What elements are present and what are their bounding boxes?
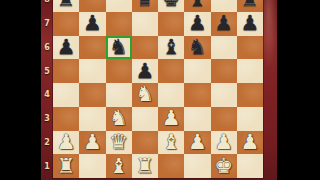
square-c8[interactable]	[106, 0, 132, 12]
white-pawn-e3: ♟	[162, 108, 181, 129]
square-d6[interactable]	[132, 36, 158, 60]
square-b4[interactable]	[79, 83, 105, 107]
chess-board: ♜♛♚♝♜♟♟♟♟♟♞♝♞♟♞♞♟♟♟♛♝♟♟♟♜♝♜♚	[53, 0, 263, 178]
square-e3[interactable]: ♟	[158, 107, 184, 131]
square-g5[interactable]	[211, 59, 237, 83]
square-g8[interactable]	[211, 0, 237, 12]
white-pawn-h2: ♟	[240, 132, 259, 153]
square-f1[interactable]	[184, 154, 210, 178]
square-b2[interactable]: ♟	[79, 131, 105, 155]
rank-label-7: 7	[41, 19, 53, 28]
square-a5[interactable]	[53, 59, 79, 83]
square-b5[interactable]	[79, 59, 105, 83]
black-knight-f6: ♞	[188, 37, 207, 58]
square-e2[interactable]: ♝	[158, 131, 184, 155]
black-pawn-h7: ♟	[240, 13, 259, 34]
square-h5[interactable]	[237, 59, 263, 83]
black-rook-a8: ♜	[57, 0, 76, 10]
white-bishop-e2: ♝	[162, 132, 181, 153]
square-h2[interactable]: ♟	[237, 131, 263, 155]
square-f2[interactable]: ♟	[184, 131, 210, 155]
square-h1[interactable]	[237, 154, 263, 178]
square-f7[interactable]: ♟	[184, 12, 210, 36]
square-e7[interactable]	[158, 12, 184, 36]
square-h7[interactable]: ♟	[237, 12, 263, 36]
letterbox-left	[0, 0, 41, 180]
white-bishop-c1: ♝	[109, 156, 128, 177]
white-pawn-g2: ♟	[214, 132, 233, 153]
square-c5[interactable]	[106, 59, 132, 83]
square-h4[interactable]	[237, 83, 263, 107]
square-d7[interactable]	[132, 12, 158, 36]
square-f8[interactable]: ♝	[184, 0, 210, 12]
rank-label-4: 4	[41, 90, 53, 99]
black-pawn-d5: ♟	[135, 61, 154, 82]
square-b3[interactable]	[79, 107, 105, 131]
black-king-e8: ♚	[162, 0, 181, 10]
black-pawn-b7: ♟	[83, 13, 102, 34]
square-c7[interactable]	[106, 12, 132, 36]
black-bishop-f8: ♝	[188, 0, 207, 10]
square-g1[interactable]: ♚	[211, 154, 237, 178]
square-e8[interactable]: ♚	[158, 0, 184, 12]
rank-label-1: 1	[41, 162, 53, 171]
white-knight-d4: ♞	[135, 84, 154, 105]
black-pawn-a6: ♟	[57, 37, 76, 58]
rank-label-8: 8	[41, 0, 53, 4]
white-king-g1: ♚	[214, 156, 233, 177]
square-d2[interactable]	[132, 131, 158, 155]
square-a1[interactable]: ♜	[53, 154, 79, 178]
square-c3[interactable]: ♞	[106, 107, 132, 131]
square-b7[interactable]: ♟	[79, 12, 105, 36]
square-e1[interactable]	[158, 154, 184, 178]
white-knight-c3: ♞	[109, 108, 128, 129]
rank-label-2: 2	[41, 138, 53, 147]
square-e5[interactable]	[158, 59, 184, 83]
square-f6[interactable]: ♞	[184, 36, 210, 60]
square-f4[interactable]	[184, 83, 210, 107]
square-g7[interactable]: ♟	[211, 12, 237, 36]
square-f3[interactable]	[184, 107, 210, 131]
square-a7[interactable]	[53, 12, 79, 36]
black-pawn-g7: ♟	[214, 13, 233, 34]
square-a6[interactable]: ♟	[53, 36, 79, 60]
black-bishop-e6: ♝	[162, 37, 181, 58]
black-pawn-f7: ♟	[188, 13, 207, 34]
rank-label-5: 5	[41, 67, 53, 76]
square-b8[interactable]	[79, 0, 105, 12]
black-queen-d8: ♛	[135, 0, 154, 10]
square-h3[interactable]	[237, 107, 263, 131]
square-g4[interactable]	[211, 83, 237, 107]
square-g3[interactable]	[211, 107, 237, 131]
square-g6[interactable]	[211, 36, 237, 60]
square-d1[interactable]: ♜	[132, 154, 158, 178]
square-c4[interactable]	[106, 83, 132, 107]
square-a4[interactable]	[53, 83, 79, 107]
square-g2[interactable]: ♟	[211, 131, 237, 155]
square-c2[interactable]: ♛	[106, 131, 132, 155]
square-c1[interactable]: ♝	[106, 154, 132, 178]
square-h6[interactable]	[237, 36, 263, 60]
black-rook-h8: ♜	[240, 0, 259, 10]
square-a8[interactable]: ♜	[53, 0, 79, 12]
square-b1[interactable]	[79, 154, 105, 178]
black-knight-c6: ♞	[109, 37, 128, 58]
rank-label-3: 3	[41, 114, 53, 123]
white-pawn-b2: ♟	[83, 132, 102, 153]
square-e4[interactable]	[158, 83, 184, 107]
white-rook-a1: ♜	[57, 156, 76, 177]
square-h8[interactable]: ♜	[237, 0, 263, 12]
square-c6[interactable]: ♞	[106, 36, 132, 60]
square-d3[interactable]	[132, 107, 158, 131]
white-rook-d1: ♜	[135, 156, 154, 177]
square-e6[interactable]: ♝	[158, 36, 184, 60]
square-a2[interactable]: ♟	[53, 131, 79, 155]
white-pawn-f2: ♟	[188, 132, 207, 153]
square-d5[interactable]: ♟	[132, 59, 158, 83]
square-f5[interactable]	[184, 59, 210, 83]
letterbox-right	[277, 0, 320, 180]
white-pawn-a2: ♟	[57, 132, 76, 153]
video-frame: 87654321 ♜♛♚♝♜♟♟♟♟♟♞♝♞♟♞♞♟♟♟♛♝♟♟♟♜♝♜♚	[0, 0, 320, 180]
square-b6[interactable]	[79, 36, 105, 60]
white-queen-c2: ♛	[109, 132, 128, 153]
rank-label-6: 6	[41, 43, 53, 52]
square-d8[interactable]: ♛	[132, 0, 158, 12]
square-d4[interactable]: ♞	[132, 83, 158, 107]
square-a3[interactable]	[53, 107, 79, 131]
